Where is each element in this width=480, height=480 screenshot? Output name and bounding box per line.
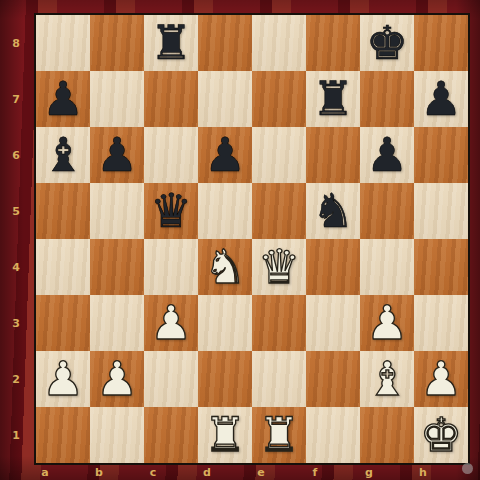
square-c6[interactable] [144, 127, 198, 183]
piece-black-rook-f7[interactable]: ♜ [312, 75, 354, 122]
square-g2[interactable]: ♝ [360, 351, 414, 407]
square-e3[interactable] [252, 295, 306, 351]
piece-black-queen-c5[interactable]: ♛ [150, 187, 192, 234]
square-h8[interactable] [414, 15, 468, 71]
piece-white-pawn-a2[interactable]: ♟ [42, 355, 84, 402]
square-h5[interactable] [414, 183, 468, 239]
piece-white-king-h1[interactable]: ♚ [420, 411, 462, 458]
rank-label-2: 2 [0, 351, 32, 407]
square-c2[interactable] [144, 351, 198, 407]
square-a5[interactable] [36, 183, 90, 239]
square-g8[interactable]: ♚ [360, 15, 414, 71]
piece-white-pawn-g3[interactable]: ♟ [366, 299, 408, 346]
square-h4[interactable] [414, 239, 468, 295]
square-e7[interactable] [252, 71, 306, 127]
square-a2[interactable]: ♟ [36, 351, 90, 407]
file-label-f: f [308, 465, 322, 480]
square-f2[interactable] [306, 351, 360, 407]
rank-label-7: 7 [0, 71, 32, 127]
square-a7[interactable]: ♟ [36, 71, 90, 127]
square-g6[interactable]: ♟ [360, 127, 414, 183]
piece-black-king-g8[interactable]: ♚ [366, 19, 408, 66]
piece-black-bishop-a6[interactable]: ♝ [42, 131, 84, 178]
piece-black-pawn-g6[interactable]: ♟ [366, 131, 408, 178]
square-b5[interactable] [90, 183, 144, 239]
piece-white-bishop-g2[interactable]: ♝ [366, 355, 408, 402]
square-d1[interactable]: ♜ [198, 407, 252, 463]
square-c8[interactable]: ♜ [144, 15, 198, 71]
rank-label-1: 1 [0, 407, 32, 463]
square-d7[interactable] [198, 71, 252, 127]
square-b4[interactable] [90, 239, 144, 295]
file-label-a: a [38, 465, 52, 480]
piece-white-pawn-h2[interactable]: ♟ [420, 355, 462, 402]
square-d8[interactable] [198, 15, 252, 71]
square-e2[interactable] [252, 351, 306, 407]
piece-black-pawn-a7[interactable]: ♟ [42, 75, 84, 122]
piece-white-rook-e1[interactable]: ♜ [258, 411, 300, 458]
square-b3[interactable] [90, 295, 144, 351]
square-d6[interactable]: ♟ [198, 127, 252, 183]
square-e1[interactable]: ♜ [252, 407, 306, 463]
square-a8[interactable] [36, 15, 90, 71]
piece-white-knight-d4[interactable]: ♞ [204, 243, 246, 290]
square-h3[interactable] [414, 295, 468, 351]
file-label-g: g [362, 465, 376, 480]
piece-black-pawn-d6[interactable]: ♟ [204, 131, 246, 178]
square-f6[interactable] [306, 127, 360, 183]
chess-app: ♜♚♟♜♟♝♟♟♟♛♞♞♛♟♟♟♟♝♟♜♜♚ 87654321abcdefgh [0, 0, 480, 480]
square-c3[interactable]: ♟ [144, 295, 198, 351]
square-a4[interactable] [36, 239, 90, 295]
file-label-h: h [416, 465, 430, 480]
square-b8[interactable] [90, 15, 144, 71]
piece-white-pawn-c3[interactable]: ♟ [150, 299, 192, 346]
file-label-b: b [92, 465, 106, 480]
square-e4[interactable]: ♛ [252, 239, 306, 295]
square-a3[interactable] [36, 295, 90, 351]
square-f3[interactable] [306, 295, 360, 351]
square-g4[interactable] [360, 239, 414, 295]
square-d3[interactable] [198, 295, 252, 351]
square-f4[interactable] [306, 239, 360, 295]
square-g7[interactable] [360, 71, 414, 127]
square-f5[interactable]: ♞ [306, 183, 360, 239]
square-a6[interactable]: ♝ [36, 127, 90, 183]
square-e5[interactable] [252, 183, 306, 239]
rank-label-3: 3 [0, 295, 32, 351]
chess-board: ♜♚♟♜♟♝♟♟♟♛♞♞♛♟♟♟♟♝♟♜♜♚ [34, 13, 470, 465]
square-f7[interactable]: ♜ [306, 71, 360, 127]
piece-black-knight-f5[interactable]: ♞ [312, 187, 354, 234]
square-a1[interactable] [36, 407, 90, 463]
square-h1[interactable]: ♚ [414, 407, 468, 463]
rank-label-4: 4 [0, 239, 32, 295]
square-h7[interactable]: ♟ [414, 71, 468, 127]
square-e8[interactable] [252, 15, 306, 71]
piece-white-pawn-b2[interactable]: ♟ [96, 355, 138, 402]
piece-white-queen-e4[interactable]: ♛ [258, 243, 300, 290]
square-b1[interactable] [90, 407, 144, 463]
corner-dot [462, 463, 473, 474]
square-h2[interactable]: ♟ [414, 351, 468, 407]
square-g5[interactable] [360, 183, 414, 239]
square-d5[interactable] [198, 183, 252, 239]
square-g3[interactable]: ♟ [360, 295, 414, 351]
square-b7[interactable] [90, 71, 144, 127]
square-c5[interactable]: ♛ [144, 183, 198, 239]
square-f8[interactable] [306, 15, 360, 71]
piece-white-rook-d1[interactable]: ♜ [204, 411, 246, 458]
square-c7[interactable] [144, 71, 198, 127]
file-label-d: d [200, 465, 214, 480]
rank-label-5: 5 [0, 183, 32, 239]
square-b2[interactable]: ♟ [90, 351, 144, 407]
square-b6[interactable]: ♟ [90, 127, 144, 183]
square-h6[interactable] [414, 127, 468, 183]
rank-label-6: 6 [0, 127, 32, 183]
square-d4[interactable]: ♞ [198, 239, 252, 295]
square-d2[interactable] [198, 351, 252, 407]
piece-black-pawn-b6[interactable]: ♟ [96, 131, 138, 178]
file-label-c: c [146, 465, 160, 480]
square-g1[interactable] [360, 407, 414, 463]
file-label-e: e [254, 465, 268, 480]
square-f1[interactable] [306, 407, 360, 463]
square-c1[interactable] [144, 407, 198, 463]
square-e6[interactable] [252, 127, 306, 183]
piece-black-rook-c8[interactable]: ♜ [150, 19, 192, 66]
square-c4[interactable] [144, 239, 198, 295]
rank-label-8: 8 [0, 15, 32, 71]
piece-black-pawn-h7[interactable]: ♟ [420, 75, 462, 122]
